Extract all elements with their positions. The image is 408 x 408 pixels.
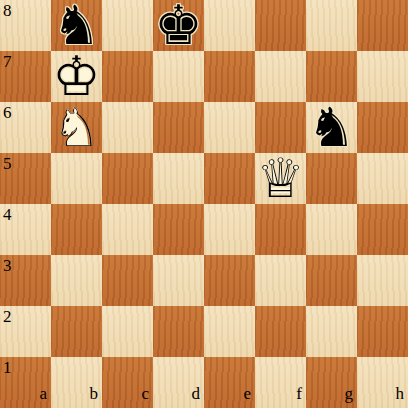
queen-outline-glyph: ♕: [255, 153, 306, 204]
square-b5[interactable]: [51, 153, 102, 204]
square-g6[interactable]: ♞: [306, 102, 357, 153]
rank-label-2: 2: [3, 308, 12, 325]
rank-label-1: 1: [3, 359, 12, 376]
square-h7[interactable]: [357, 51, 408, 102]
square-b7[interactable]: ♚♔: [51, 51, 102, 102]
file-label-g: g: [345, 385, 354, 402]
square-b2[interactable]: [51, 306, 102, 357]
square-e1[interactable]: e: [204, 357, 255, 408]
file-label-h: h: [396, 385, 405, 402]
rank-label-5: 5: [3, 155, 12, 172]
square-c8[interactable]: [102, 0, 153, 51]
rank-label-8: 8: [3, 2, 12, 19]
square-c6[interactable]: [102, 102, 153, 153]
white-knight[interactable]: ♞♘: [51, 102, 102, 153]
rank-label-6: 6: [3, 104, 12, 121]
square-h4[interactable]: [357, 204, 408, 255]
black-king[interactable]: ♚: [153, 0, 204, 51]
square-f8[interactable]: [255, 0, 306, 51]
square-e7[interactable]: [204, 51, 255, 102]
square-a5[interactable]: 5: [0, 153, 51, 204]
square-a8[interactable]: 8: [0, 0, 51, 51]
square-g5[interactable]: [306, 153, 357, 204]
square-a4[interactable]: 4: [0, 204, 51, 255]
king-outline-glyph: ♔: [51, 51, 102, 102]
square-g2[interactable]: [306, 306, 357, 357]
square-b4[interactable]: [51, 204, 102, 255]
square-h6[interactable]: [357, 102, 408, 153]
square-d5[interactable]: [153, 153, 204, 204]
file-label-b: b: [90, 385, 99, 402]
square-d4[interactable]: [153, 204, 204, 255]
file-label-a: a: [39, 385, 47, 402]
rank-label-3: 3: [3, 257, 12, 274]
square-e8[interactable]: [204, 0, 255, 51]
square-h3[interactable]: [357, 255, 408, 306]
square-g8[interactable]: [306, 0, 357, 51]
square-d3[interactable]: [153, 255, 204, 306]
king-glyph: ♚: [153, 0, 204, 51]
square-e5[interactable]: [204, 153, 255, 204]
black-knight[interactable]: ♞: [306, 102, 357, 153]
square-c4[interactable]: [102, 204, 153, 255]
square-d1[interactable]: d: [153, 357, 204, 408]
square-f5[interactable]: ♛♕: [255, 153, 306, 204]
knight-glyph: ♞: [51, 0, 102, 51]
white-queen[interactable]: ♛♕: [255, 153, 306, 204]
square-b3[interactable]: [51, 255, 102, 306]
square-a1[interactable]: 1a: [0, 357, 51, 408]
square-e6[interactable]: [204, 102, 255, 153]
square-b1[interactable]: b: [51, 357, 102, 408]
square-f6[interactable]: [255, 102, 306, 153]
square-h1[interactable]: h: [357, 357, 408, 408]
square-c3[interactable]: [102, 255, 153, 306]
square-g3[interactable]: [306, 255, 357, 306]
file-label-e: e: [243, 385, 251, 402]
square-g1[interactable]: g: [306, 357, 357, 408]
square-h2[interactable]: [357, 306, 408, 357]
file-label-d: d: [192, 385, 201, 402]
square-f7[interactable]: [255, 51, 306, 102]
rank-label-4: 4: [3, 206, 12, 223]
square-a6[interactable]: 6: [0, 102, 51, 153]
square-h8[interactable]: [357, 0, 408, 51]
square-c7[interactable]: [102, 51, 153, 102]
square-c2[interactable]: [102, 306, 153, 357]
square-c1[interactable]: c: [102, 357, 153, 408]
knight-outline-glyph: ♘: [51, 102, 102, 153]
knight-glyph: ♞: [306, 102, 357, 153]
white-king[interactable]: ♚♔: [51, 51, 102, 102]
file-label-f: f: [296, 385, 302, 402]
chess-board: 8♞♚7♚♔6♞♘♞5♛♕4321abcdefgh: [0, 0, 408, 408]
square-f1[interactable]: f: [255, 357, 306, 408]
square-g7[interactable]: [306, 51, 357, 102]
square-a3[interactable]: 3: [0, 255, 51, 306]
square-d2[interactable]: [153, 306, 204, 357]
square-e2[interactable]: [204, 306, 255, 357]
square-g4[interactable]: [306, 204, 357, 255]
square-f3[interactable]: [255, 255, 306, 306]
square-f4[interactable]: [255, 204, 306, 255]
square-a7[interactable]: 7: [0, 51, 51, 102]
square-a2[interactable]: 2: [0, 306, 51, 357]
square-d8[interactable]: ♚: [153, 0, 204, 51]
square-c5[interactable]: [102, 153, 153, 204]
square-b8[interactable]: ♞: [51, 0, 102, 51]
square-b6[interactable]: ♞♘: [51, 102, 102, 153]
square-e4[interactable]: [204, 204, 255, 255]
square-d6[interactable]: [153, 102, 204, 153]
file-label-c: c: [141, 385, 149, 402]
square-e3[interactable]: [204, 255, 255, 306]
square-d7[interactable]: [153, 51, 204, 102]
square-h5[interactable]: [357, 153, 408, 204]
square-f2[interactable]: [255, 306, 306, 357]
black-knight[interactable]: ♞: [51, 0, 102, 51]
rank-label-7: 7: [3, 53, 12, 70]
